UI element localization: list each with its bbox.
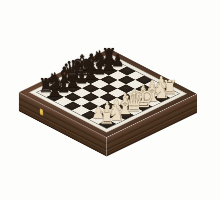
- product-photo: ♜♞♟♝♟♚♟♛♟♝♟♞♟♟♜♟♟♜♟♟♞♟♝♟♚♟♛♟♝♟♞♜: [0, 0, 220, 200]
- chess-case: [19, 48, 197, 137]
- brass-clasp-icon: [40, 108, 43, 116]
